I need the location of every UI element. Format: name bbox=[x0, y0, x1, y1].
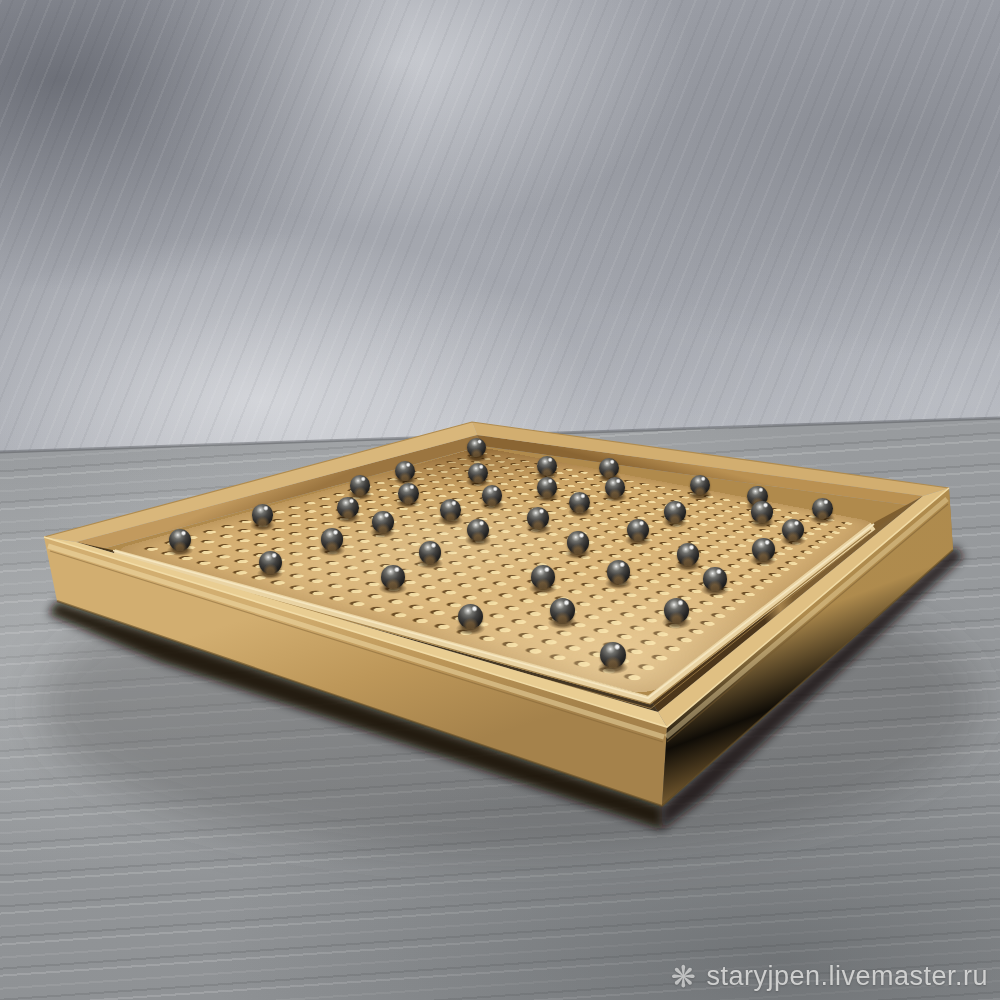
marble bbox=[677, 543, 700, 566]
marbles-layer bbox=[0, 0, 1000, 1000]
ornament-star-icon: ❋ bbox=[671, 962, 697, 992]
marble bbox=[600, 642, 626, 668]
marble bbox=[337, 497, 358, 518]
marble bbox=[664, 598, 689, 623]
marble bbox=[703, 567, 727, 591]
marble bbox=[812, 498, 833, 519]
marble bbox=[605, 477, 626, 498]
watermark: ❋ staryjpen.livemaster.ru bbox=[671, 961, 988, 992]
marble bbox=[468, 463, 488, 483]
marble bbox=[627, 519, 649, 541]
marble bbox=[252, 504, 273, 525]
marble bbox=[440, 499, 461, 520]
marble bbox=[782, 519, 804, 541]
marble bbox=[690, 475, 710, 495]
marble bbox=[537, 456, 557, 476]
marble bbox=[751, 501, 772, 522]
marble bbox=[259, 551, 282, 574]
marble bbox=[398, 483, 419, 504]
marble bbox=[599, 458, 619, 478]
marble bbox=[350, 475, 370, 495]
marble bbox=[395, 461, 415, 481]
marble bbox=[537, 477, 558, 498]
marble bbox=[527, 507, 549, 529]
marble bbox=[531, 565, 555, 589]
marble bbox=[467, 519, 489, 541]
marble bbox=[607, 560, 630, 583]
marble bbox=[321, 528, 343, 550]
marble bbox=[458, 604, 483, 629]
marble bbox=[752, 538, 775, 561]
marble bbox=[419, 541, 442, 564]
marble bbox=[664, 501, 685, 522]
marble bbox=[550, 598, 575, 623]
watermark-text: staryjpen.livemaster.ru bbox=[706, 961, 988, 992]
product-photo-scene: ❋ staryjpen.livemaster.ru bbox=[0, 0, 1000, 1000]
marble bbox=[569, 492, 590, 513]
marble bbox=[372, 511, 394, 533]
marble bbox=[381, 565, 405, 589]
marble bbox=[567, 531, 589, 553]
marble bbox=[169, 529, 191, 551]
marble bbox=[482, 485, 503, 506]
